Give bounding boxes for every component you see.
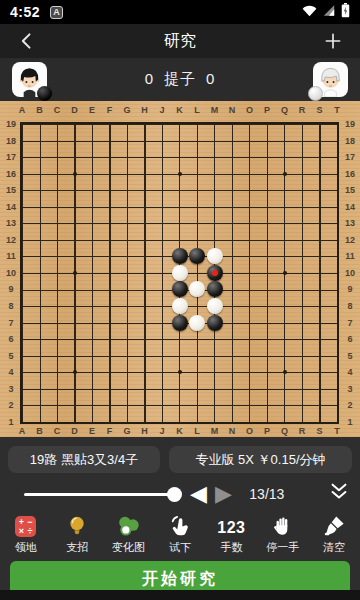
tool-pass[interactable]: 停一手 xyxy=(257,514,308,555)
black-stone-indicator xyxy=(37,86,52,101)
signal-icon xyxy=(322,3,336,21)
plan-price-card[interactable]: 专业版 5X ￥0.15/分钟 xyxy=(169,446,352,473)
notification-app-icon: A xyxy=(50,6,63,19)
calculator-territory-icon: +−×÷ xyxy=(15,514,36,537)
palm-hand-icon xyxy=(272,514,293,537)
tap-hand-icon xyxy=(169,514,191,537)
gesture-bar xyxy=(0,590,360,600)
previous-move-button[interactable]: ◀ xyxy=(190,483,207,505)
black-stone-K7[interactable] xyxy=(172,315,188,331)
star-point-Q10 xyxy=(283,271,287,275)
star-point-K4 xyxy=(178,370,182,374)
rules-card[interactable]: 19路 黑贴3又3/4子 xyxy=(8,446,160,473)
black-stone-M9[interactable] xyxy=(207,281,223,297)
move-slider[interactable] xyxy=(24,493,174,496)
lightbulb-icon xyxy=(67,514,87,537)
move-counter: 13/13 xyxy=(246,486,288,502)
black-stone-L11[interactable] xyxy=(189,248,205,264)
go-board[interactable]: ABCDEFGHJKLMNOPQRST ABCDEFGHJKLMNOPQRST … xyxy=(0,101,360,437)
add-button[interactable] xyxy=(320,28,346,54)
black-stone-K9[interactable] xyxy=(172,281,188,297)
tool-hint[interactable]: 支招 xyxy=(51,514,102,555)
move-numbers-123-icon: 123 xyxy=(217,514,245,537)
bottom-panel: 19路 黑贴3又3/4子 专业版 5X ￥0.15/分钟 ◀ ▶ 13/13 +… xyxy=(0,437,360,600)
white-captures-count: 0 xyxy=(206,70,215,89)
board-intersections[interactable] xyxy=(13,116,346,430)
move-navigation-row: ◀ ▶ 13/13 xyxy=(0,478,360,510)
star-point-Q4 xyxy=(283,370,287,374)
last-move-marker xyxy=(212,270,218,276)
tool-try-move[interactable]: 试下 xyxy=(154,514,205,555)
star-point-D16 xyxy=(73,172,77,176)
white-player-avatar[interactable] xyxy=(313,62,348,97)
white-stone-K10[interactable] xyxy=(172,265,188,281)
star-point-K16 xyxy=(178,172,182,176)
tool-clear[interactable]: 清空 xyxy=(309,514,360,555)
tools-row: +−×÷ 领地 支招 变化图 试下 123 手数 xyxy=(0,514,360,555)
black-captures-count: 0 xyxy=(145,70,154,89)
nav-bar: 研究 xyxy=(0,24,360,58)
clear-brush-icon xyxy=(323,514,345,537)
white-stone-M11[interactable] xyxy=(207,248,223,264)
black-stone-M10[interactable] xyxy=(207,265,223,281)
white-stone-indicator xyxy=(308,86,323,101)
player-bar: 0 提子 0 xyxy=(0,58,360,101)
white-stone-L7[interactable] xyxy=(189,315,205,331)
captures-display: 0 提子 0 xyxy=(145,70,216,89)
status-bar: 4:52 A xyxy=(0,0,360,24)
white-stone-K8[interactable] xyxy=(172,298,188,314)
star-point-D4 xyxy=(73,370,77,374)
black-stone-K11[interactable] xyxy=(172,248,188,264)
white-stone-M8[interactable] xyxy=(207,298,223,314)
star-point-D10 xyxy=(73,271,77,275)
tool-territory[interactable]: +−×÷ 领地 xyxy=(0,514,51,555)
white-stone-L9[interactable] xyxy=(189,281,205,297)
tool-variation[interactable]: 变化图 xyxy=(103,514,154,555)
page-title: 研究 xyxy=(0,31,360,52)
back-button[interactable] xyxy=(14,28,40,54)
tool-move-numbers[interactable]: 123 手数 xyxy=(206,514,257,555)
star-point-Q16 xyxy=(283,172,287,176)
slider-thumb[interactable] xyxy=(167,487,182,502)
wifi-icon xyxy=(302,3,317,21)
battery-charging-icon xyxy=(341,3,350,22)
collapse-panel-button[interactable] xyxy=(328,481,350,507)
next-move-button[interactable]: ▶ xyxy=(215,483,232,505)
clock: 4:52 xyxy=(10,4,40,20)
black-stone-M7[interactable] xyxy=(207,315,223,331)
black-player-avatar[interactable] xyxy=(12,62,47,97)
variation-circles-icon xyxy=(117,514,140,537)
captures-label: 提子 xyxy=(164,70,196,89)
